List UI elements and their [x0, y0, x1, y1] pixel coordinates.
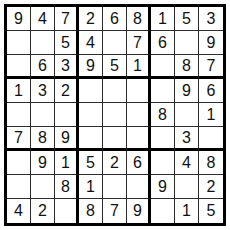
cell-r5c3[interactable]	[55, 103, 79, 127]
cell-r9c1[interactable]: 4	[7, 199, 31, 223]
cell-r9c4[interactable]: 8	[79, 199, 103, 223]
cell-r4c3[interactable]: 2	[55, 79, 79, 103]
cell-r2c1[interactable]	[7, 31, 31, 55]
cell-r7c8[interactable]: 4	[175, 151, 199, 175]
cell-r4c7[interactable]	[151, 79, 175, 103]
cell-r8c9[interactable]: 2	[199, 175, 223, 199]
cell-r2c5[interactable]	[103, 31, 127, 55]
cell-r4c6[interactable]	[127, 79, 151, 103]
cell-r2c7[interactable]: 6	[151, 31, 175, 55]
cell-r5c4[interactable]	[79, 103, 103, 127]
cell-r9c9[interactable]: 5	[199, 199, 223, 223]
cell-r7c9[interactable]: 8	[199, 151, 223, 175]
cell-r6c7[interactable]	[151, 127, 175, 151]
cell-r8c2[interactable]	[31, 175, 55, 199]
cell-r4c8[interactable]: 9	[175, 79, 199, 103]
cell-r6c5[interactable]	[103, 127, 127, 151]
cell-r1c1[interactable]: 9	[7, 7, 31, 31]
cell-r7c1[interactable]	[7, 151, 31, 175]
cell-r1c9[interactable]: 3	[199, 7, 223, 31]
sudoku-page: 9472681535476963951871329681789391526488…	[0, 0, 230, 230]
cell-r6c1[interactable]: 7	[7, 127, 31, 151]
cell-r6c4[interactable]	[79, 127, 103, 151]
cell-r1c7[interactable]: 1	[151, 7, 175, 31]
cell-r4c5[interactable]	[103, 79, 127, 103]
cell-r9c5[interactable]: 7	[103, 199, 127, 223]
cell-r1c4[interactable]: 2	[79, 7, 103, 31]
cell-r8c5[interactable]	[103, 175, 127, 199]
cell-r7c5[interactable]: 2	[103, 151, 127, 175]
cell-r9c6[interactable]: 9	[127, 199, 151, 223]
sudoku-board: 9472681535476963951871329681789391526488…	[4, 4, 226, 226]
cell-r1c6[interactable]: 8	[127, 7, 151, 31]
cell-r3c4[interactable]: 9	[79, 55, 103, 79]
cell-r3c7[interactable]	[151, 55, 175, 79]
cell-r3c5[interactable]: 5	[103, 55, 127, 79]
cell-r7c4[interactable]: 5	[79, 151, 103, 175]
cell-r1c8[interactable]: 5	[175, 7, 199, 31]
cell-r3c8[interactable]: 8	[175, 55, 199, 79]
cell-r2c4[interactable]: 4	[79, 31, 103, 55]
cell-r4c2[interactable]: 3	[31, 79, 55, 103]
cell-r8c8[interactable]	[175, 175, 199, 199]
cell-r2c3[interactable]: 5	[55, 31, 79, 55]
cell-r3c2[interactable]: 6	[31, 55, 55, 79]
cell-r7c2[interactable]: 9	[31, 151, 55, 175]
cell-r5c8[interactable]	[175, 103, 199, 127]
cell-r5c1[interactable]	[7, 103, 31, 127]
cell-r7c3[interactable]: 1	[55, 151, 79, 175]
cell-r3c3[interactable]: 3	[55, 55, 79, 79]
cell-r5c9[interactable]: 1	[199, 103, 223, 127]
cell-r5c2[interactable]	[31, 103, 55, 127]
cell-r5c6[interactable]	[127, 103, 151, 127]
cell-r8c7[interactable]: 9	[151, 175, 175, 199]
cell-r8c4[interactable]: 1	[79, 175, 103, 199]
cell-r2c9[interactable]: 9	[199, 31, 223, 55]
cell-r4c4[interactable]	[79, 79, 103, 103]
cell-r3c6[interactable]: 1	[127, 55, 151, 79]
cell-r6c3[interactable]: 9	[55, 127, 79, 151]
cell-r1c5[interactable]: 6	[103, 7, 127, 31]
cell-r7c7[interactable]	[151, 151, 175, 175]
cell-r7c6[interactable]: 6	[127, 151, 151, 175]
cell-r1c3[interactable]: 7	[55, 7, 79, 31]
cell-r2c6[interactable]: 7	[127, 31, 151, 55]
cell-r4c9[interactable]: 6	[199, 79, 223, 103]
cell-r6c8[interactable]: 3	[175, 127, 199, 151]
cell-r6c9[interactable]	[199, 127, 223, 151]
cell-r3c1[interactable]	[7, 55, 31, 79]
cell-r3c9[interactable]: 7	[199, 55, 223, 79]
cell-r8c1[interactable]	[7, 175, 31, 199]
cell-r8c6[interactable]	[127, 175, 151, 199]
cell-r9c8[interactable]: 1	[175, 199, 199, 223]
cell-r5c7[interactable]: 8	[151, 103, 175, 127]
cell-r1c2[interactable]: 4	[31, 7, 55, 31]
cell-r2c2[interactable]	[31, 31, 55, 55]
cell-r9c7[interactable]	[151, 199, 175, 223]
cell-r8c3[interactable]: 8	[55, 175, 79, 199]
cell-r5c5[interactable]	[103, 103, 127, 127]
cell-r6c6[interactable]	[127, 127, 151, 151]
cell-r2c8[interactable]	[175, 31, 199, 55]
cell-r4c1[interactable]: 1	[7, 79, 31, 103]
cell-r9c2[interactable]: 2	[31, 199, 55, 223]
cell-r6c2[interactable]: 8	[31, 127, 55, 151]
cell-r9c3[interactable]	[55, 199, 79, 223]
